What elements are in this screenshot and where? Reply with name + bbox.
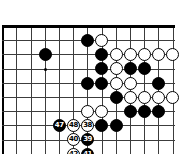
- stone-white: [166, 48, 179, 61]
- grid-vline: [16, 26, 17, 155]
- stone-white: [110, 77, 123, 90]
- star-point: [44, 68, 47, 71]
- move-number-label: 42: [69, 151, 78, 155]
- stone-black: [152, 77, 165, 90]
- stone-black-move-47: 47: [53, 119, 66, 132]
- stone-black: [110, 119, 123, 132]
- stone-white: [138, 91, 151, 104]
- board-top-edge: [2, 25, 175, 28]
- stone-white-move-40: 40: [67, 133, 80, 146]
- stone-black: [124, 62, 137, 75]
- stone-white: [152, 48, 165, 61]
- stone-black: [39, 48, 52, 61]
- stone-white: [110, 48, 123, 61]
- stone-black: [152, 105, 165, 118]
- stone-black: [95, 48, 108, 61]
- grid-vline: [144, 26, 145, 155]
- stone-white: [124, 77, 137, 90]
- move-number-label: 39: [83, 136, 92, 143]
- stone-white-move-48: 48: [67, 119, 80, 132]
- move-number-label: 47: [55, 122, 64, 129]
- board-left-edge: [2, 26, 4, 155]
- stone-white: [138, 48, 151, 61]
- stone-black: [138, 62, 151, 75]
- move-number-label: 41: [83, 151, 92, 155]
- stone-white-move-42: 42: [67, 148, 80, 155]
- stone-black: [110, 91, 123, 104]
- stone-white: [124, 91, 137, 104]
- stone-white: [95, 105, 108, 118]
- move-number-label: 40: [69, 136, 78, 143]
- stone-black: [81, 77, 94, 90]
- grid-vline: [173, 26, 174, 155]
- grid-vline: [116, 26, 117, 155]
- go-diagram: 47483840394241: [0, 0, 180, 154]
- stone-white: [81, 105, 94, 118]
- grid-vline: [130, 26, 131, 155]
- stone-black: [95, 62, 108, 75]
- move-number-label: 38: [83, 122, 92, 129]
- grid-vline: [59, 26, 60, 155]
- stone-white: [95, 34, 108, 47]
- stone-black: [81, 34, 94, 47]
- stone-black-move-41: 41: [81, 148, 94, 155]
- stone-black: [95, 77, 108, 90]
- stone-black: [95, 119, 108, 132]
- stone-black: [124, 105, 137, 118]
- stone-white: [110, 62, 123, 75]
- go-board: 47483840394241: [0, 0, 180, 154]
- stone-black-move-39: 39: [81, 133, 94, 146]
- stone-white: [166, 91, 179, 104]
- stone-white: [152, 91, 165, 104]
- grid-vline: [31, 26, 32, 155]
- stone-white: [124, 48, 137, 61]
- grid-vline: [158, 26, 159, 155]
- move-number-label: 48: [69, 122, 78, 129]
- stone-black: [138, 105, 151, 118]
- grid-vline: [45, 26, 46, 155]
- stone-white-move-38: 38: [81, 119, 94, 132]
